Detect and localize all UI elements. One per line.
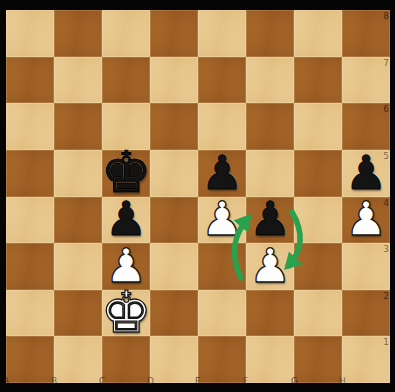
square-g6[interactable]	[294, 103, 342, 150]
rank-label-2: 2	[383, 291, 389, 301]
square-d4[interactable]	[150, 197, 198, 244]
piece-white-pawn-f3[interactable]: ♟	[246, 243, 294, 290]
square-f2[interactable]	[246, 290, 294, 337]
square-g1[interactable]: G	[294, 336, 342, 383]
file-label-g: G	[291, 376, 298, 386]
black-pawn-icon: ♟	[345, 149, 387, 196]
square-h8[interactable]: 8	[342, 10, 390, 57]
square-e8[interactable]	[198, 10, 246, 57]
piece-white-pawn-e4[interactable]: ♟	[198, 197, 246, 244]
square-d5[interactable]	[150, 150, 198, 197]
piece-black-pawn-f4[interactable]: ♟	[246, 197, 294, 244]
square-f3[interactable]: ♟	[246, 243, 294, 290]
square-h2[interactable]: 2	[342, 290, 390, 337]
rank-label-1: 1	[383, 337, 389, 347]
square-g7[interactable]	[294, 57, 342, 104]
file-label-d: D	[147, 376, 154, 386]
file-label-c: C	[99, 376, 105, 386]
square-c5[interactable]: ♚	[102, 150, 150, 197]
square-b2[interactable]	[54, 290, 102, 337]
square-g5[interactable]	[294, 150, 342, 197]
square-g3[interactable]	[294, 243, 342, 290]
square-d1[interactable]: D	[150, 336, 198, 383]
square-h1[interactable]: H1	[342, 336, 390, 383]
file-label-b: B	[51, 376, 57, 386]
rank-label-8: 8	[383, 11, 389, 21]
black-pawn-icon: ♟	[201, 149, 243, 196]
square-e4[interactable]: ♟	[198, 197, 246, 244]
file-label-h: H	[339, 376, 346, 386]
square-g2[interactable]	[294, 290, 342, 337]
square-a3[interactable]	[6, 243, 54, 290]
square-b7[interactable]	[54, 57, 102, 104]
square-a6[interactable]	[6, 103, 54, 150]
square-d7[interactable]	[150, 57, 198, 104]
square-h4[interactable]: 4♟	[342, 197, 390, 244]
file-label-e: E	[195, 376, 201, 386]
square-e7[interactable]	[198, 57, 246, 104]
square-a4[interactable]	[6, 197, 54, 244]
square-e1[interactable]: E	[198, 336, 246, 383]
square-e6[interactable]	[198, 103, 246, 150]
square-g4[interactable]	[294, 197, 342, 244]
square-f6[interactable]	[246, 103, 294, 150]
black-pawn-icon: ♟	[249, 195, 291, 242]
square-h5[interactable]: 5♟	[342, 150, 390, 197]
white-pawn-icon: ♟	[345, 195, 387, 242]
square-a8[interactable]	[6, 10, 54, 57]
file-label-a: A	[3, 376, 9, 386]
piece-white-pawn-h4[interactable]: ♟	[342, 197, 390, 244]
square-f1[interactable]: F	[246, 336, 294, 383]
square-d3[interactable]	[150, 243, 198, 290]
square-a7[interactable]	[6, 57, 54, 104]
square-f8[interactable]	[246, 10, 294, 57]
square-a1[interactable]: A	[6, 336, 54, 383]
piece-black-pawn-c4[interactable]: ♟	[102, 197, 150, 244]
square-g8[interactable]	[294, 10, 342, 57]
square-d6[interactable]	[150, 103, 198, 150]
piece-black-pawn-e5[interactable]: ♟	[198, 150, 246, 197]
piece-black-king-c5[interactable]: ♚	[102, 150, 150, 197]
white-king-icon: ♚	[100, 284, 151, 341]
square-e3[interactable]	[198, 243, 246, 290]
square-a5[interactable]	[6, 150, 54, 197]
rank-label-6: 6	[383, 104, 389, 114]
square-b1[interactable]: B	[54, 336, 102, 383]
rank-label-7: 7	[383, 58, 389, 68]
square-h6[interactable]: 6	[342, 103, 390, 150]
black-pawn-icon: ♟	[105, 195, 147, 242]
square-b6[interactable]	[54, 103, 102, 150]
square-d8[interactable]	[150, 10, 198, 57]
file-label-f: F	[243, 376, 248, 386]
square-h7[interactable]: 7	[342, 57, 390, 104]
square-c4[interactable]: ♟	[102, 197, 150, 244]
square-b4[interactable]	[54, 197, 102, 244]
chess-board: 876♚♟5♟♟♟♟4♟♟♟3♚2ABCDEFGH1	[6, 10, 390, 383]
square-a2[interactable]	[6, 290, 54, 337]
square-e2[interactable]	[198, 290, 246, 337]
square-b5[interactable]	[54, 150, 102, 197]
square-c2[interactable]: ♚	[102, 290, 150, 337]
square-h3[interactable]: 3	[342, 243, 390, 290]
square-b8[interactable]	[54, 10, 102, 57]
white-pawn-icon: ♟	[249, 242, 291, 289]
square-b3[interactable]	[54, 243, 102, 290]
piece-white-king-c2[interactable]: ♚	[102, 290, 150, 337]
square-c7[interactable]	[102, 57, 150, 104]
piece-black-pawn-h5[interactable]: ♟	[342, 150, 390, 197]
square-f5[interactable]	[246, 150, 294, 197]
square-d2[interactable]	[150, 290, 198, 337]
square-f7[interactable]	[246, 57, 294, 104]
square-e5[interactable]: ♟	[198, 150, 246, 197]
square-f4[interactable]: ♟	[246, 197, 294, 244]
square-c8[interactable]	[102, 10, 150, 57]
white-pawn-icon: ♟	[201, 195, 243, 242]
